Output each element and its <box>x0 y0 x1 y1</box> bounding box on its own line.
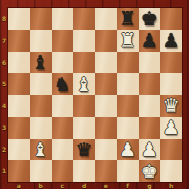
square-d4[interactable] <box>73 95 95 117</box>
rank-label-7: 7 <box>0 30 8 52</box>
square-b2[interactable]: ♝ <box>30 139 52 161</box>
square-c1[interactable] <box>52 160 74 182</box>
square-a6[interactable] <box>8 52 30 74</box>
square-e7[interactable] <box>95 30 117 52</box>
square-a5[interactable] <box>8 73 30 95</box>
square-d8[interactable] <box>73 8 95 30</box>
square-g2[interactable]: ♟ <box>139 139 161 161</box>
square-a7[interactable] <box>8 30 30 52</box>
file-label-f: f <box>117 182 139 189</box>
rank-label-8: 8 <box>0 8 8 30</box>
square-f2[interactable]: ♟ <box>117 139 139 161</box>
square-b6[interactable]: ♝ <box>30 52 52 74</box>
square-e2[interactable] <box>95 139 117 161</box>
square-c4[interactable] <box>52 95 74 117</box>
square-g6[interactable] <box>139 52 161 74</box>
black-knight-c5[interactable]: ♞ <box>52 73 74 95</box>
square-e4[interactable] <box>95 95 117 117</box>
file-label-e: e <box>95 182 117 189</box>
square-g5[interactable] <box>139 73 161 95</box>
black-pawn-h7[interactable]: ♟ <box>160 30 182 52</box>
black-pawn-g7[interactable]: ♟ <box>139 30 161 52</box>
square-b3[interactable] <box>30 117 52 139</box>
square-f3[interactable] <box>117 117 139 139</box>
white-bishop-b2[interactable]: ♝ <box>30 139 52 161</box>
square-c3[interactable] <box>52 117 74 139</box>
black-rook-f8[interactable]: ♜ <box>117 8 139 30</box>
white-pawn-h3[interactable]: ♟ <box>160 117 182 139</box>
rank-label-2: 2 <box>0 139 8 161</box>
rank-label-4: 4 <box>0 95 8 117</box>
white-king-g1[interactable]: ♚ <box>139 160 161 182</box>
square-h5[interactable] <box>160 73 182 95</box>
square-h3[interactable]: ♟ <box>160 117 182 139</box>
square-a4[interactable] <box>8 95 30 117</box>
file-label-g: g <box>139 182 161 189</box>
square-b1[interactable] <box>30 160 52 182</box>
chess-board: ♜♚♜♟♟♝♞♝♛♟♝♛♟♟♚ <box>8 8 182 182</box>
square-h1[interactable] <box>160 160 182 182</box>
square-f6[interactable] <box>117 52 139 74</box>
square-f8[interactable]: ♜ <box>117 8 139 30</box>
white-pawn-f2[interactable]: ♟ <box>117 139 139 161</box>
square-c8[interactable] <box>52 8 74 30</box>
square-h8[interactable] <box>160 8 182 30</box>
square-h7[interactable]: ♟ <box>160 30 182 52</box>
square-c7[interactable] <box>52 30 74 52</box>
square-e8[interactable] <box>95 8 117 30</box>
square-d1[interactable] <box>73 160 95 182</box>
white-pawn-g2[interactable]: ♟ <box>139 139 161 161</box>
white-queen-h4[interactable]: ♛ <box>160 95 182 117</box>
square-h6[interactable] <box>160 52 182 74</box>
square-h2[interactable] <box>160 139 182 161</box>
square-a3[interactable] <box>8 117 30 139</box>
white-bishop-d5[interactable]: ♝ <box>73 73 95 95</box>
rank-label-6: 6 <box>0 52 8 74</box>
square-f1[interactable] <box>117 160 139 182</box>
square-d7[interactable] <box>73 30 95 52</box>
rank-label-1: 1 <box>0 160 8 182</box>
square-b7[interactable] <box>30 30 52 52</box>
file-label-h: h <box>160 182 182 189</box>
square-h4[interactable]: ♛ <box>160 95 182 117</box>
square-d3[interactable] <box>73 117 95 139</box>
square-e3[interactable] <box>95 117 117 139</box>
square-c5[interactable]: ♞ <box>52 73 74 95</box>
rank-label-5: 5 <box>0 73 8 95</box>
square-f5[interactable] <box>117 73 139 95</box>
square-d5[interactable]: ♝ <box>73 73 95 95</box>
square-g7[interactable]: ♟ <box>139 30 161 52</box>
square-b8[interactable] <box>30 8 52 30</box>
square-g1[interactable]: ♚ <box>139 160 161 182</box>
file-label-b: b <box>30 182 52 189</box>
rank-label-3: 3 <box>0 117 8 139</box>
file-label-a: a <box>8 182 30 189</box>
square-b5[interactable] <box>30 73 52 95</box>
square-f4[interactable] <box>117 95 139 117</box>
square-b4[interactable] <box>30 95 52 117</box>
square-a1[interactable] <box>8 160 30 182</box>
square-f7[interactable]: ♜ <box>117 30 139 52</box>
square-e6[interactable] <box>95 52 117 74</box>
white-rook-f7[interactable]: ♜ <box>117 30 139 52</box>
file-label-d: d <box>73 182 95 189</box>
square-d6[interactable] <box>73 52 95 74</box>
board-frame: ♜♚♜♟♟♝♞♝♛♟♝♛♟♟♚ 87654321abcdefgh <box>0 0 189 189</box>
black-bishop-b6[interactable]: ♝ <box>30 52 52 74</box>
square-c2[interactable] <box>52 139 74 161</box>
square-g8[interactable]: ♚ <box>139 8 161 30</box>
square-a8[interactable] <box>8 8 30 30</box>
square-e1[interactable] <box>95 160 117 182</box>
square-g4[interactable] <box>139 95 161 117</box>
square-c6[interactable] <box>52 52 74 74</box>
square-d2[interactable]: ♛ <box>73 139 95 161</box>
black-king-g8[interactable]: ♚ <box>139 8 161 30</box>
square-g3[interactable] <box>139 117 161 139</box>
file-label-c: c <box>52 182 74 189</box>
square-a2[interactable] <box>8 139 30 161</box>
square-e5[interactable] <box>95 73 117 95</box>
black-queen-d2[interactable]: ♛ <box>73 139 95 161</box>
